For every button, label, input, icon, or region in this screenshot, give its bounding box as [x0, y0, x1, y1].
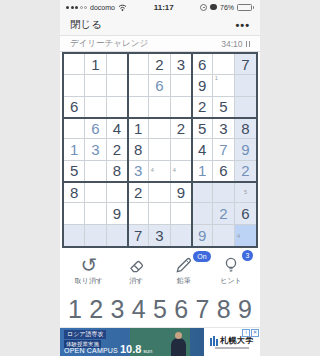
- cell-r5c8[interactable]: 7: [213, 139, 234, 160]
- cell-r1c3[interactable]: [107, 54, 128, 75]
- cell-r4c9[interactable]: 8: [235, 118, 256, 139]
- pencil-mark: 4: [171, 168, 176, 173]
- pencil-button[interactable]: 鉛筆 On: [167, 253, 201, 291]
- cell-r9c1[interactable]: [64, 225, 85, 246]
- board-container: 1236769162564125381328479583441628295926…: [62, 52, 258, 248]
- user-digit: 3: [91, 141, 99, 158]
- pause-button[interactable]: [246, 41, 251, 47]
- cell-r4c2[interactable]: 6: [85, 118, 106, 139]
- cell-r3c7[interactable]: 2: [192, 97, 213, 118]
- user-digit: 7: [219, 141, 227, 158]
- undo-icon: ↺: [81, 255, 98, 275]
- close-button[interactable]: 閉じる: [70, 18, 102, 32]
- given-digit: 9: [177, 184, 185, 201]
- given-digit: 9: [198, 77, 206, 94]
- cell-r4c6[interactable]: 2: [171, 118, 192, 139]
- user-digit: 3: [134, 162, 142, 179]
- cell-r1c7[interactable]: 6: [192, 54, 213, 75]
- given-digit: 2: [177, 120, 185, 137]
- undo-button[interactable]: ↺ 取り消す: [72, 253, 106, 291]
- cell-r4c3[interactable]: 4: [107, 118, 128, 139]
- given-digit: 6: [241, 205, 249, 222]
- cell-r8c8[interactable]: 2: [213, 203, 234, 224]
- given-digit: 5: [219, 98, 227, 115]
- ad-open-campus: OPEN CAMPUS 10.8 sun: [64, 344, 152, 355]
- cell-r9c2[interactable]: [85, 225, 106, 246]
- campus-day-label: sun: [143, 348, 152, 354]
- given-digit: 3: [177, 56, 185, 73]
- lightbulb-icon: [221, 253, 241, 275]
- pencil-icon: [174, 253, 194, 275]
- cell-r7c2[interactable]: [85, 182, 106, 203]
- pencil-on-badge: On: [193, 251, 210, 262]
- timer-label: 34:10: [221, 39, 242, 49]
- cell-r1c2[interactable]: 1: [85, 54, 106, 75]
- cell-r6c7[interactable]: 1: [192, 161, 213, 182]
- cell-r7c3[interactable]: [107, 182, 128, 203]
- cell-r1c8[interactable]: [213, 54, 234, 75]
- cell-r9c3[interactable]: [107, 225, 128, 246]
- carrier-label: docomo: [90, 4, 115, 11]
- cell-r8c9[interactable]: 6: [235, 203, 256, 224]
- alarm-icon: [210, 4, 217, 11]
- cell-r6c1[interactable]: 5: [64, 161, 85, 182]
- cell-r5c2[interactable]: 3: [85, 139, 106, 160]
- nav-bar: 閉じる •••: [60, 14, 260, 36]
- campus-date-label: 10.8: [120, 344, 141, 355]
- cell-r6c3[interactable]: 8: [107, 161, 128, 182]
- cell-r1c9[interactable]: 7: [235, 54, 256, 75]
- hint-label: ヒント: [220, 276, 242, 286]
- cell-r7c5[interactable]: [149, 182, 170, 203]
- given-digit: 7: [134, 227, 142, 244]
- cell-r6c8[interactable]: 6: [213, 161, 234, 182]
- ad-info-icon[interactable]: i: [242, 329, 250, 337]
- cell-r2c7[interactable]: 9: [192, 75, 213, 96]
- numpad-key-9[interactable]: 9: [238, 294, 252, 324]
- cell-r8c1[interactable]: [64, 203, 85, 224]
- cell-r2c2[interactable]: [85, 75, 106, 96]
- cell-r3c6[interactable]: [171, 97, 192, 118]
- cell-r8c4[interactable]: [128, 203, 149, 224]
- given-digit: 3: [219, 120, 227, 137]
- cell-r1c5[interactable]: 2: [149, 54, 170, 75]
- toolbar: ↺ 取り消す 消す 鉛筆 On ヒント 3: [60, 253, 260, 291]
- cell-r2c6[interactable]: [171, 75, 192, 96]
- cell-r1c4[interactable]: [128, 54, 149, 75]
- numpad-key-6[interactable]: 6: [174, 294, 188, 324]
- cell-r9c8[interactable]: [213, 225, 234, 246]
- clock-label: 11:17: [127, 3, 201, 12]
- given-digit: 6: [70, 98, 78, 115]
- erase-label: 消す: [129, 276, 143, 286]
- given-digit: 4: [113, 120, 121, 137]
- user-digit: 2: [219, 205, 227, 222]
- given-digit: 8: [113, 162, 121, 179]
- given-digit: 6: [219, 162, 227, 179]
- cell-r3c1[interactable]: 6: [64, 97, 85, 118]
- numpad-key-1[interactable]: 1: [68, 294, 82, 324]
- ad-photo: ロシア語専攻 体験授業実施 OPEN CAMPUS 10.8 sun: [60, 328, 204, 356]
- numpad-key-3[interactable]: 3: [111, 294, 125, 324]
- cell-r8c5[interactable]: [149, 203, 170, 224]
- open-campus-label: OPEN CAMPUS: [64, 347, 118, 354]
- pencil-mark: 4: [235, 232, 241, 238]
- sudoku-board: 1236769162564125381328479583441628295926…: [62, 52, 258, 248]
- given-digit: 9: [113, 205, 121, 222]
- cell-r8c7[interactable]: [192, 203, 213, 224]
- cell-r6c4[interactable]: 3: [128, 161, 149, 182]
- number-pad: 123456789: [60, 294, 260, 324]
- cell-r5c6[interactable]: [171, 139, 192, 160]
- cell-r9c9[interactable]: 4: [235, 225, 256, 246]
- cell-r3c4[interactable]: [128, 97, 149, 118]
- cell-r7c9[interactable]: 5: [235, 182, 256, 203]
- given-digit: 2: [113, 141, 121, 158]
- cell-r9c5[interactable]: 3: [149, 225, 170, 246]
- hint-button[interactable]: ヒント 3: [214, 253, 248, 291]
- mode-title: デイリーチャレンジ: [70, 38, 148, 50]
- user-digit: 1: [70, 141, 78, 158]
- numpad-key-5[interactable]: 5: [153, 294, 167, 324]
- cell-r8c3[interactable]: 9: [107, 203, 128, 224]
- cell-r1c1[interactable]: [64, 54, 85, 75]
- university-logo-icon: [210, 336, 218, 346]
- cell-r2c4[interactable]: [128, 75, 149, 96]
- user-digit: 9: [198, 227, 206, 244]
- cell-r1c6[interactable]: 3: [171, 54, 192, 75]
- cell-r3c3[interactable]: [107, 97, 128, 118]
- cell-r7c6[interactable]: 9: [171, 182, 192, 203]
- given-digit: 6: [198, 56, 206, 73]
- given-digit: 7: [241, 56, 249, 73]
- cell-r3c5[interactable]: [149, 97, 170, 118]
- user-digit: 1: [198, 162, 206, 179]
- cell-r8c2[interactable]: [85, 203, 106, 224]
- cell-r2c1[interactable]: [64, 75, 85, 96]
- battery-icon: [237, 4, 254, 11]
- cell-r5c1[interactable]: 1: [64, 139, 85, 160]
- wifi-icon: [118, 4, 127, 11]
- numpad-key-2[interactable]: 2: [89, 294, 103, 324]
- pencil-mark: 4: [150, 168, 155, 173]
- given-digit: 8: [241, 120, 249, 137]
- ad-close-icon[interactable]: ✕: [251, 329, 259, 337]
- cell-r4c5[interactable]: [149, 118, 170, 139]
- cell-r6c6[interactable]: 4: [171, 161, 192, 182]
- user-digit: 6: [155, 77, 163, 94]
- cell-r5c7[interactable]: 4: [192, 139, 213, 160]
- sudoku-app: docomo 11:17 76% 閉じる ••• デイリーチャレンジ 34:10…: [60, 0, 260, 356]
- ad-tag-label: ロシア語専攻: [64, 330, 106, 339]
- ad-banner[interactable]: ロシア語専攻 体験授業実施 OPEN CAMPUS 10.8 sun 札幌大学 …: [60, 327, 260, 356]
- cell-r2c3[interactable]: [107, 75, 128, 96]
- numpad-key-7[interactable]: 7: [196, 294, 210, 324]
- cell-r2c8[interactable]: 1: [213, 75, 234, 96]
- more-options-button[interactable]: •••: [235, 22, 250, 28]
- hint-count-badge: 3: [242, 250, 253, 261]
- cell-r7c1[interactable]: 8: [64, 182, 85, 203]
- cell-r9c6[interactable]: [171, 225, 192, 246]
- rotation-lock-icon: [200, 4, 207, 11]
- given-digit: 1: [134, 120, 142, 137]
- cell-r5c3[interactable]: 2: [107, 139, 128, 160]
- battery-percent-label: 76%: [220, 4, 234, 11]
- lecturer-image: [171, 338, 186, 356]
- given-digit: 2: [134, 184, 142, 201]
- cell-r5c9[interactable]: 9: [235, 139, 256, 160]
- cell-r5c5[interactable]: [149, 139, 170, 160]
- pencil-mark: 1: [214, 76, 219, 81]
- cell-r4c4[interactable]: 1: [128, 118, 149, 139]
- user-digit: 9: [241, 141, 249, 158]
- given-digit: 1: [91, 56, 99, 73]
- cell-r3c8[interactable]: 5: [213, 97, 234, 118]
- cell-r7c4[interactable]: 2: [128, 182, 149, 203]
- given-digit: 2: [198, 98, 206, 115]
- cell-r7c7[interactable]: [192, 182, 213, 203]
- university-tagline: [215, 347, 249, 349]
- game-subheader: デイリーチャレンジ 34:10: [60, 36, 260, 52]
- pencil-mark: 5: [242, 189, 248, 194]
- given-digit: 2: [155, 56, 163, 73]
- eraser-icon: [126, 253, 146, 275]
- given-digit: 3: [155, 227, 163, 244]
- cell-r6c5[interactable]: 4: [149, 161, 170, 182]
- signal-strength-icon: [66, 6, 87, 9]
- user-digit: 2: [241, 162, 249, 179]
- numpad-key-8[interactable]: 8: [217, 294, 231, 324]
- cell-r8c6[interactable]: [171, 203, 192, 224]
- undo-label: 取り消す: [75, 276, 103, 286]
- cell-r9c7[interactable]: 9: [192, 225, 213, 246]
- cell-r3c9[interactable]: [235, 97, 256, 118]
- given-digit: 4: [198, 141, 206, 158]
- cell-r6c2[interactable]: [85, 161, 106, 182]
- given-digit: 5: [198, 120, 206, 137]
- cell-r7c8[interactable]: [213, 182, 234, 203]
- cell-r4c8[interactable]: 3: [213, 118, 234, 139]
- erase-button[interactable]: 消す: [119, 253, 153, 291]
- pencil-label: 鉛筆: [177, 276, 191, 286]
- cell-r5c4[interactable]: 8: [128, 139, 149, 160]
- cell-r6c9[interactable]: 2: [235, 161, 256, 182]
- cell-r3c2[interactable]: [85, 97, 106, 118]
- cell-r2c5[interactable]: 6: [149, 75, 170, 96]
- user-digit: 6: [91, 120, 99, 137]
- cell-r4c1[interactable]: [64, 118, 85, 139]
- cell-r2c9[interactable]: [235, 75, 256, 96]
- numpad-key-4[interactable]: 4: [132, 294, 146, 324]
- cell-r4c7[interactable]: 5: [192, 118, 213, 139]
- given-digit: 8: [134, 141, 142, 158]
- given-digit: 5: [70, 162, 78, 179]
- status-bar: docomo 11:17 76%: [60, 0, 260, 14]
- cell-r9c4[interactable]: 7: [128, 225, 149, 246]
- given-digit: 8: [70, 184, 78, 201]
